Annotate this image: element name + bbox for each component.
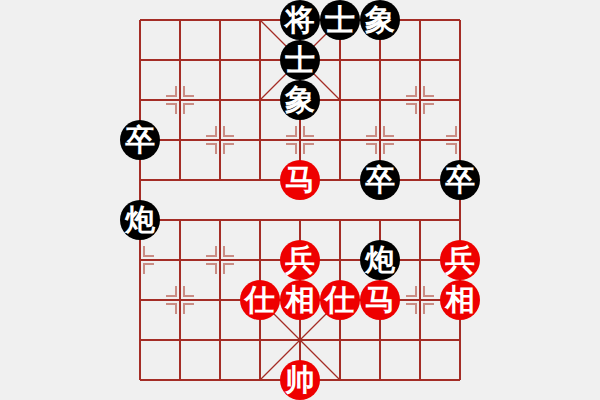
piece-glyph: 兵 — [445, 240, 475, 280]
piece-glyph: 炮 — [125, 200, 155, 240]
piece-glyph: 兵 — [285, 240, 315, 280]
piece-black-cannon[interactable]: 炮 — [120, 200, 160, 240]
point-marker — [366, 126, 376, 136]
piece-glyph: 士 — [285, 40, 315, 80]
point-marker — [406, 286, 416, 296]
point-marker — [184, 104, 194, 114]
piece-red-horse[interactable]: 马 — [280, 160, 320, 200]
piece-glyph: 仕 — [245, 280, 275, 320]
piece-glyph: 将 — [285, 0, 315, 40]
piece-black-general[interactable]: 将 — [280, 0, 320, 40]
piece-glyph: 卒 — [365, 160, 395, 200]
point-marker — [424, 104, 434, 114]
point-marker — [206, 126, 216, 136]
piece-glyph: 象 — [285, 80, 315, 120]
point-marker — [206, 264, 216, 274]
piece-red-elephant[interactable]: 相 — [280, 280, 320, 320]
point-marker — [304, 126, 314, 136]
point-marker — [166, 104, 176, 114]
piece-glyph: 马 — [285, 160, 315, 200]
piece-glyph: 相 — [445, 280, 475, 320]
point-marker — [206, 246, 216, 256]
point-marker — [406, 104, 416, 114]
point-marker — [166, 86, 176, 96]
point-marker — [224, 126, 234, 136]
piece-black-elephant[interactable]: 象 — [360, 0, 400, 40]
point-marker — [224, 246, 234, 256]
point-marker — [446, 126, 456, 136]
point-marker — [166, 304, 176, 314]
piece-red-advisor[interactable]: 仕 — [240, 280, 280, 320]
piece-red-advisor[interactable]: 仕 — [320, 280, 360, 320]
piece-glyph: 仕 — [325, 280, 355, 320]
point-marker — [384, 144, 394, 154]
point-marker — [224, 264, 234, 274]
piece-red-general[interactable]: 帅 — [280, 360, 320, 400]
point-marker — [144, 264, 154, 274]
point-marker — [424, 304, 434, 314]
point-marker — [384, 126, 394, 136]
xiangqi-board[interactable]: 将士象士象卒马卒卒炮兵炮兵仕相仕马相帅 — [0, 0, 600, 400]
piece-glyph: 相 — [285, 280, 315, 320]
piece-black-advisor[interactable]: 士 — [280, 40, 320, 80]
piece-black-elephant[interactable]: 象 — [280, 80, 320, 120]
piece-glyph: 卒 — [125, 120, 155, 160]
piece-black-pawn[interactable]: 卒 — [120, 120, 160, 160]
point-marker — [286, 144, 296, 154]
piece-glyph: 士 — [325, 0, 355, 40]
point-marker — [406, 304, 416, 314]
piece-black-advisor[interactable]: 士 — [320, 0, 360, 40]
piece-red-elephant[interactable]: 相 — [440, 280, 480, 320]
point-marker — [424, 86, 434, 96]
piece-red-pawn[interactable]: 兵 — [440, 240, 480, 280]
point-marker — [304, 144, 314, 154]
point-marker — [184, 304, 194, 314]
piece-red-pawn[interactable]: 兵 — [280, 240, 320, 280]
point-marker — [144, 246, 154, 256]
piece-black-cannon[interactable]: 炮 — [360, 240, 400, 280]
point-marker — [366, 144, 376, 154]
point-marker — [206, 144, 216, 154]
piece-red-horse[interactable]: 马 — [360, 280, 400, 320]
point-marker — [184, 86, 194, 96]
point-marker — [224, 144, 234, 154]
piece-glyph: 象 — [365, 0, 395, 40]
piece-black-pawn[interactable]: 卒 — [360, 160, 400, 200]
point-marker — [424, 286, 434, 296]
piece-black-pawn[interactable]: 卒 — [440, 160, 480, 200]
piece-glyph: 炮 — [365, 240, 395, 280]
piece-glyph: 卒 — [445, 160, 475, 200]
point-marker — [286, 126, 296, 136]
point-marker — [406, 86, 416, 96]
piece-glyph: 帅 — [285, 360, 315, 400]
point-marker — [446, 144, 456, 154]
piece-glyph: 马 — [365, 280, 395, 320]
point-marker — [166, 286, 176, 296]
point-marker — [184, 286, 194, 296]
